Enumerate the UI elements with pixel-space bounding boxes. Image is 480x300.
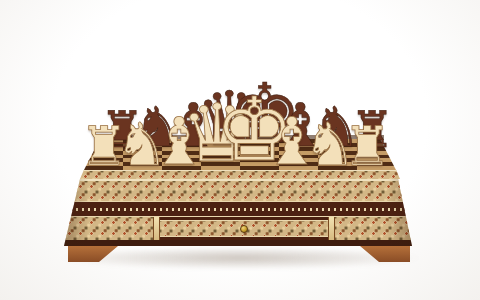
side-panel-right [335,217,412,240]
side-panel-left [64,217,153,240]
wood-inlay-strip [64,202,412,217]
drawer-rail-left [153,217,160,240]
drawer-row [64,217,412,240]
mosaic-band-top [64,179,412,202]
base-strip [64,240,412,246]
drawer[interactable] [160,217,328,240]
chess-box-front [64,179,412,246]
chess-set-photo: chess ♜♞♝♛♚♝♞♜♜♞♝♛♚♝♞♜ [0,0,480,300]
dotted-inlay-line [64,208,412,211]
drawer-knob[interactable] [240,225,248,233]
light-rook[interactable]: ♜ [343,120,391,174]
drawer-rail-right [328,217,335,240]
